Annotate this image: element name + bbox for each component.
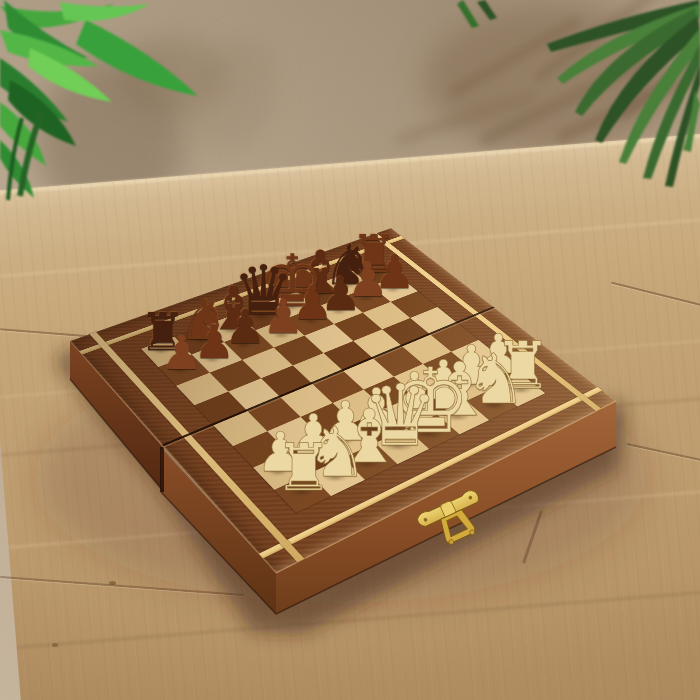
piece-black-pawn-d7[interactable]: ♟ [263,295,305,342]
scene: ♜♞♝♛♚♝♞♜♟♟♟♟♟♟♟♟♟♟♟♟♟♟♟♟♜♞♝♛♚♝♞♜ [0,0,700,700]
piece-white-rook-a1[interactable]: ♜ [274,436,332,501]
palm-plant-right [455,0,700,200]
piece-black-pawn-a7[interactable]: ♟ [161,330,203,377]
houseplant-left [0,0,270,235]
